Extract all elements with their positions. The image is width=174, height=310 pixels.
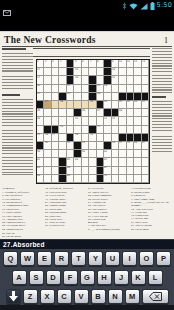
cell-number: 39: [37, 117, 40, 119]
cell-r11c6[interactable]: [74, 142, 81, 150]
cell-number: 60: [104, 150, 107, 152]
cell-r14c6[interactable]: [74, 167, 81, 175]
current-clue-bar[interactable]: 27.Absorbed: [0, 239, 174, 249]
cell-r4c11[interactable]: [112, 85, 119, 93]
cell-r14c4[interactable]: [59, 167, 66, 175]
cell-number: 59: [82, 150, 85, 152]
cell-r14c11[interactable]: [112, 167, 119, 175]
cell-number: 38: [119, 109, 122, 111]
key-n[interactable]: N: [108, 289, 123, 304]
cell-r1c15[interactable]: 13: [142, 60, 149, 68]
cell-number: 69: [67, 174, 70, 176]
cell-r12c15[interactable]: [142, 150, 149, 158]
key-o[interactable]: O: [139, 251, 154, 266]
cell-number: 9: [112, 60, 114, 62]
cell-r15c14[interactable]: [134, 175, 141, 183]
cell-r5c3[interactable]: [52, 93, 59, 101]
hide-keyboard-key[interactable]: [6, 289, 21, 304]
clue-line: 28. Go by horse: [131, 227, 172, 230]
notification-icon: [3, 2, 11, 20]
cell-r7c14[interactable]: [134, 109, 141, 117]
cell-r1c5[interactable]: [67, 60, 74, 68]
key-s[interactable]: S: [29, 270, 44, 285]
cell-number: 20: [37, 84, 40, 86]
cell-r11c2[interactable]: 50: [44, 142, 51, 150]
cell-r3c14[interactable]: [134, 76, 141, 84]
cell-number: 42: [112, 117, 115, 119]
cell-r2c5[interactable]: [67, 68, 74, 76]
cell-number: 32: [127, 100, 130, 102]
cell-number: 11: [127, 60, 130, 62]
cell-r4c14[interactable]: [134, 85, 141, 93]
cell-number: 66: [67, 166, 70, 168]
cell-number: 55: [127, 141, 130, 143]
cell-r3c2[interactable]: [44, 76, 51, 84]
cell-number: 63: [75, 158, 78, 160]
left-newsprint-column: [2, 48, 33, 178]
cell-r7c3[interactable]: [52, 109, 59, 117]
cell-r7c7[interactable]: 36: [82, 109, 89, 117]
cell-number: 36: [82, 109, 85, 111]
cell-number: 14: [37, 68, 40, 70]
cell-r5c7[interactable]: [82, 93, 89, 101]
cell-r1c9[interactable]: 8: [97, 60, 104, 68]
key-q[interactable]: Q: [3, 251, 18, 266]
cell-r14c12[interactable]: [119, 167, 126, 175]
cell-number: 53: [112, 141, 115, 143]
cell-r11c4[interactable]: [59, 142, 66, 150]
cell-r2c10[interactable]: [104, 68, 111, 76]
cell-number: 56: [134, 141, 137, 143]
cell-r7c13[interactable]: [127, 109, 134, 117]
cell-number: 17: [37, 76, 40, 78]
cell-number: 19: [112, 76, 115, 78]
key-g[interactable]: G: [80, 270, 95, 285]
cell-r11c5[interactable]: 51: [67, 142, 74, 150]
cell-r9c10[interactable]: [104, 126, 111, 134]
masthead-rule: [2, 46, 172, 47]
key-z[interactable]: Z: [23, 289, 38, 304]
down-arrow-icon: [9, 291, 18, 302]
cell-r1c7[interactable]: 6: [82, 60, 89, 68]
backspace-icon: [149, 292, 162, 301]
cell-r15c7[interactable]: [82, 175, 89, 183]
keyboard-row-1: QWERTYUIOP: [0, 251, 174, 266]
key-h[interactable]: H: [97, 270, 112, 285]
key-y[interactable]: Y: [88, 251, 103, 266]
key-i[interactable]: I: [122, 251, 137, 266]
cell-r10c4[interactable]: [59, 134, 66, 142]
cell-r9c15[interactable]: [142, 126, 149, 134]
key-r[interactable]: R: [54, 251, 69, 266]
cell-r1c14[interactable]: 12: [134, 60, 141, 68]
cell-r2c14[interactable]: [134, 68, 141, 76]
right-newsprint-column: [152, 48, 172, 155]
status-clock: 5:50: [157, 1, 172, 9]
cell-r11c13[interactable]: 55: [127, 142, 134, 150]
cell-r1c4[interactable]: 4: [59, 60, 66, 68]
clue-column-3: 57. Keyed up59. World traveler60. King's…: [88, 187, 129, 240]
cell-r10c6[interactable]: 48: [74, 134, 81, 142]
cell-r10c8[interactable]: 49: [89, 134, 96, 142]
cell-number: 8: [97, 60, 99, 62]
cell-r8c7[interactable]: [82, 117, 89, 125]
cell-r1c12[interactable]: 10: [119, 60, 126, 68]
cell-number: 16: [112, 68, 115, 70]
cell-r8c13[interactable]: [127, 117, 134, 125]
cell-r15c4[interactable]: [59, 175, 66, 183]
keyboard-bottom-strip: [0, 305, 174, 310]
page-title: The New Crosswords: [4, 35, 96, 45]
cell-number: 29: [90, 100, 93, 102]
cell-number: 45: [37, 133, 40, 135]
cell-r6c3[interactable]: [52, 101, 59, 109]
cell-r9c9[interactable]: 44: [97, 126, 104, 134]
date-rule-bottom: [33, 56, 150, 57]
cell-number: 54: [119, 141, 122, 143]
cell-r15c15[interactable]: [142, 175, 149, 183]
cell-r3c15[interactable]: [142, 76, 149, 84]
crossword-grid: 1234567891011121314151617181920212223242…: [36, 59, 150, 184]
cell-r15c8[interactable]: [89, 175, 96, 183]
cell-number: 22: [97, 84, 100, 86]
key-l[interactable]: L: [148, 270, 163, 285]
cell-number: 50: [45, 141, 48, 143]
cell-r6c2[interactable]: 27: [44, 101, 51, 109]
app-screen: 5:50 The New Crosswords 1 FEBRUARY, 2014…: [0, 0, 174, 310]
cell-r15c13[interactable]: [127, 175, 134, 183]
keyboard-row-3: ZXCVBNM: [0, 289, 174, 304]
cell-r13c4[interactable]: [59, 158, 66, 166]
cell-number: 25: [67, 92, 70, 94]
cell-r13c12[interactable]: [119, 158, 126, 166]
cell-number: 18: [75, 76, 78, 78]
clue-line: 2. ___ Ben Jonson (epitaph): [88, 228, 129, 231]
cell-r7c5[interactable]: [67, 109, 74, 117]
cell-number: 58: [37, 150, 40, 152]
cell-r13c7[interactable]: [82, 158, 89, 166]
cell-r2c15[interactable]: [142, 68, 149, 76]
cell-r13c3[interactable]: [52, 158, 59, 166]
cell-r4c12[interactable]: [119, 85, 126, 93]
cell-r15c5[interactable]: 69: [67, 175, 74, 183]
bluetooth-icon: [122, 0, 127, 14]
cell-r3c4[interactable]: [59, 76, 66, 84]
cell-number: 12: [134, 60, 137, 62]
key-x[interactable]: X: [40, 289, 55, 304]
cell-r12c4[interactable]: [59, 150, 66, 158]
cell-r6c15[interactable]: 34: [142, 101, 149, 109]
key-e[interactable]: E: [37, 251, 52, 266]
clue-column-1: ACROSS1. Estranged, differently5. One pr…: [2, 187, 43, 240]
current-clue-text: 27.Absorbed: [3, 241, 45, 248]
cell-r3c3[interactable]: [52, 76, 59, 84]
cell-number: 7: [90, 60, 92, 62]
cell-number: 1: [37, 60, 39, 62]
cell-r7c15[interactable]: [142, 109, 149, 117]
cell-r8c6[interactable]: 40: [74, 117, 81, 125]
cell-r1c2[interactable]: 2: [44, 60, 51, 68]
cell-r4c13[interactable]: [127, 85, 134, 93]
cell-r8c5[interactable]: [67, 117, 74, 125]
cell-r5c6[interactable]: [74, 93, 81, 101]
cell-number: 2: [45, 60, 47, 62]
cell-r13c11[interactable]: [112, 158, 119, 166]
cell-number: 6: [82, 60, 84, 62]
cell-r2c12[interactable]: [119, 68, 126, 76]
cell-number: 40: [75, 117, 78, 119]
cell-r3c12[interactable]: [119, 76, 126, 84]
key-v[interactable]: V: [74, 289, 89, 304]
cell-r8c14[interactable]: [134, 117, 141, 125]
cell-r7c8[interactable]: [89, 109, 96, 117]
cell-r3c11[interactable]: 19: [112, 76, 119, 84]
cell-r6c5[interactable]: [67, 101, 74, 109]
cell-r1c8[interactable]: 7: [89, 60, 96, 68]
battery-icon: [150, 0, 155, 14]
key-k[interactable]: K: [131, 270, 146, 285]
clue-column-2: 34. In favor of, in dialect35. Grip with…: [45, 187, 86, 240]
cell-number: 5: [75, 60, 77, 62]
cell-number: 46: [45, 133, 48, 135]
cell-r8c2[interactable]: [44, 117, 51, 125]
cell-number: 57: [142, 141, 145, 143]
cell-number: 51: [67, 141, 70, 143]
cell-r11c15[interactable]: 57: [142, 142, 149, 150]
cell-r11c3[interactable]: [52, 142, 59, 150]
clue-line: 8. Im-ho-___, Karloff role in 'The Mummy…: [131, 201, 172, 207]
clue-line: 56. Kitchen wear: [45, 224, 86, 227]
cell-r15c10[interactable]: 70: [104, 175, 111, 183]
cell-r12c12[interactable]: [119, 150, 126, 158]
cell-r6c8[interactable]: 29: [89, 101, 96, 109]
cell-r15c2[interactable]: [44, 175, 51, 183]
cell-r12c14[interactable]: [134, 150, 141, 158]
cell-r4c8[interactable]: [89, 85, 96, 93]
cell-r14c13[interactable]: [127, 167, 134, 175]
cell-r4c2[interactable]: [44, 85, 51, 93]
cell-r14c7[interactable]: [82, 167, 89, 175]
cell-number: 44: [97, 125, 100, 127]
cell-r7c4[interactable]: [59, 109, 66, 117]
cell-number: 3: [52, 60, 54, 62]
cell-r8c12[interactable]: [119, 117, 126, 125]
newspaper-page: The New Crosswords 1 FEBRUARY, 2014 1234…: [0, 31, 174, 239]
cell-r7c2[interactable]: [44, 109, 51, 117]
cell-r11c8[interactable]: [89, 142, 96, 150]
cell-r10c3[interactable]: 47: [52, 134, 59, 142]
signal-icon: [140, 0, 148, 14]
cell-r11c11[interactable]: 53: [112, 142, 119, 150]
cell-r5c5[interactable]: 25: [67, 93, 74, 101]
cell-r3c6[interactable]: 18: [74, 76, 81, 84]
cell-number: 47: [52, 133, 55, 135]
cell-r2c13[interactable]: [127, 68, 134, 76]
key-a[interactable]: A: [12, 270, 27, 285]
cell-r5c11[interactable]: [112, 93, 119, 101]
cell-r12c13[interactable]: [127, 150, 134, 158]
key-b[interactable]: B: [91, 289, 106, 304]
cell-r14c2[interactable]: [44, 167, 51, 175]
cell-number: 49: [90, 133, 93, 135]
cell-r9c14[interactable]: [134, 126, 141, 134]
cell-number: 15: [75, 68, 78, 70]
cell-r3c7[interactable]: [82, 76, 89, 84]
cell-r14c8[interactable]: [89, 167, 96, 175]
cell-r11c12[interactable]: 54: [119, 142, 126, 150]
backspace-key[interactable]: [142, 289, 169, 304]
cell-number: 41: [104, 117, 107, 119]
cell-number: 37: [97, 109, 100, 111]
page-number: 1: [164, 36, 168, 45]
cell-r14c14[interactable]: [134, 167, 141, 175]
cell-r2c3[interactable]: [52, 68, 59, 76]
cell-r3c13[interactable]: [127, 76, 134, 84]
status-bar: 5:50: [0, 0, 174, 10]
cell-number: 61: [37, 158, 40, 160]
cell-r15c3[interactable]: [52, 175, 59, 183]
cell-number: 62: [67, 158, 70, 160]
cell-r9c7[interactable]: [82, 126, 89, 134]
cell-r11c14[interactable]: 56: [134, 142, 141, 150]
cell-r4c3[interactable]: [52, 85, 59, 93]
cell-r14c15[interactable]: [142, 167, 149, 175]
cell-r9c5[interactable]: [67, 126, 74, 134]
key-c[interactable]: C: [57, 289, 72, 304]
key-m[interactable]: M: [125, 289, 140, 304]
cell-number: 26: [97, 92, 100, 94]
cell-r13c15[interactable]: [142, 158, 149, 166]
cell-r13c2[interactable]: [44, 158, 51, 166]
cell-r2c8[interactable]: [89, 68, 96, 76]
cell-r3c8[interactable]: [89, 76, 96, 84]
cell-r9c12[interactable]: [119, 126, 126, 134]
cell-r14c3[interactable]: [52, 167, 59, 175]
cell-r15c1[interactable]: 68: [37, 175, 44, 183]
cell-r8c11[interactable]: 42: [112, 117, 119, 125]
cell-r8c8[interactable]: [89, 117, 96, 125]
cell-r5c1[interactable]: 24: [37, 93, 44, 101]
cell-number: 21: [67, 84, 70, 86]
cell-number: 24: [37, 92, 40, 94]
cell-r13c6[interactable]: 63: [74, 158, 81, 166]
cell-r12c2[interactable]: [44, 150, 51, 158]
cell-number: 64: [104, 158, 107, 160]
cell-r13c8[interactable]: [89, 158, 96, 166]
cell-r10c9[interactable]: [97, 134, 104, 142]
cell-r2c9[interactable]: [97, 68, 104, 76]
cell-r1c13[interactable]: 11: [127, 60, 134, 68]
cell-number: 4: [60, 60, 62, 62]
cell-r15c11[interactable]: [112, 175, 119, 183]
cell-r12c8[interactable]: [89, 150, 96, 158]
key-w[interactable]: W: [20, 251, 35, 266]
cell-r2c7[interactable]: [82, 68, 89, 76]
cell-r4c10[interactable]: 23: [104, 85, 111, 93]
cell-number: 52: [82, 141, 85, 143]
cell-r2c4[interactable]: [59, 68, 66, 76]
key-j[interactable]: J: [114, 270, 129, 285]
cell-r4c4[interactable]: [59, 85, 66, 93]
cell-r2c2[interactable]: [44, 68, 51, 76]
cell-number: 43: [60, 125, 63, 127]
cell-r10c1[interactable]: 45: [37, 134, 44, 142]
key-f[interactable]: F: [63, 270, 78, 285]
cell-number: 48: [75, 133, 78, 135]
clue-column-4: 3. Precious beads4. Builder's map6. Poss…: [131, 187, 172, 240]
cell-r8c10[interactable]: 41: [104, 117, 111, 125]
cell-r6c6[interactable]: [74, 101, 81, 109]
cell-r10c10[interactable]: [104, 134, 111, 142]
cell-r8c3[interactable]: [52, 117, 59, 125]
keyboard: QWERTYUIOP ASDFGHJKL ZXCVBNM: [0, 249, 174, 310]
cell-r13c13[interactable]: [127, 158, 134, 166]
key-d[interactable]: D: [46, 270, 61, 285]
cell-r6c4[interactable]: 28: [59, 101, 66, 109]
cell-r1c3[interactable]: 3: [52, 60, 59, 68]
cell-number: 33: [134, 100, 137, 102]
cell-r7c12[interactable]: 38: [119, 109, 126, 117]
cell-r6c14[interactable]: 33: [134, 101, 141, 109]
cell-r8c15[interactable]: [142, 117, 149, 125]
cell-r13c14[interactable]: [134, 158, 141, 166]
cell-r4c15[interactable]: [142, 85, 149, 93]
cell-r15c12[interactable]: [119, 175, 126, 183]
cell-r15c6[interactable]: [74, 175, 81, 183]
cell-number: 70: [104, 174, 107, 176]
key-p[interactable]: P: [156, 251, 171, 266]
cell-number: 67: [104, 166, 107, 168]
cell-r12c11[interactable]: [112, 150, 119, 158]
cell-number: 23: [104, 84, 107, 86]
cell-r6c13[interactable]: 32: [127, 101, 134, 109]
cell-r12c7[interactable]: 59: [82, 150, 89, 158]
key-u[interactable]: U: [105, 251, 120, 266]
cell-r4c6[interactable]: [74, 85, 81, 93]
cell-number: 10: [119, 60, 122, 62]
cell-number: 31: [119, 100, 122, 102]
cell-r9c4[interactable]: 43: [59, 126, 66, 134]
cell-number: 35: [37, 109, 40, 111]
cell-r6c11[interactable]: [112, 101, 119, 109]
wifi-icon: [129, 0, 138, 14]
key-t[interactable]: T: [71, 251, 86, 266]
cell-number: 28: [60, 100, 63, 102]
cell-number: 68: [37, 174, 40, 176]
cell-r4c7[interactable]: [82, 85, 89, 93]
cell-r12c3[interactable]: [52, 150, 59, 158]
cell-number: 65: [37, 166, 40, 168]
keyboard-row-2: ASDFGHJKL: [0, 270, 174, 285]
cell-r8c1[interactable]: 39: [37, 117, 44, 125]
cell-number: 13: [142, 60, 145, 62]
cell-number: 34: [142, 100, 145, 102]
cell-r1c10[interactable]: [104, 60, 111, 68]
cell-number: 27: [45, 100, 48, 102]
cell-r9c11[interactable]: [112, 126, 119, 134]
cell-r6c10[interactable]: 30: [104, 101, 111, 109]
cell-r9c13[interactable]: [127, 126, 134, 134]
cell-number: 30: [104, 100, 107, 102]
